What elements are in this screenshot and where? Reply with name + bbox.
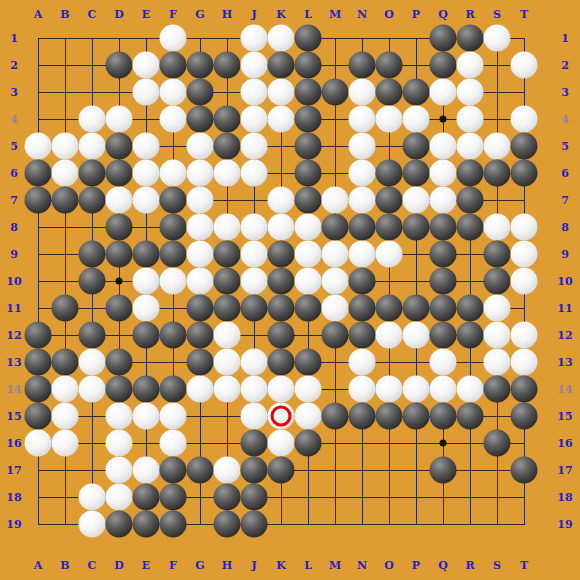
white-stone-A16[interactable] (25, 430, 52, 457)
white-stone-D16[interactable] (106, 430, 133, 457)
white-stone-A5[interactable] (25, 133, 52, 160)
row-label-left-3: 3 (10, 87, 18, 98)
white-stone-Q5[interactable] (430, 133, 457, 160)
row-label-right-17: 17 (557, 465, 572, 476)
black-stone-C7[interactable] (79, 187, 106, 214)
white-stone-N14[interactable] (349, 376, 376, 403)
white-stone-G8[interactable] (187, 214, 214, 241)
white-stone-E11[interactable] (133, 295, 160, 322)
white-stone-H12[interactable] (214, 322, 241, 349)
black-stone-B13[interactable] (52, 349, 79, 376)
white-stone-G9[interactable] (187, 241, 214, 268)
col-label-top-B: B (60, 9, 69, 20)
white-stone-P12[interactable] (403, 322, 430, 349)
black-stone-L11[interactable] (295, 295, 322, 322)
black-stone-T15[interactable] (511, 403, 538, 430)
black-stone-F2[interactable] (160, 52, 187, 79)
black-stone-L1[interactable] (295, 25, 322, 52)
black-stone-A15[interactable] (25, 403, 52, 430)
white-stone-K8[interactable] (268, 214, 295, 241)
white-stone-J2[interactable] (241, 52, 268, 79)
white-stone-H17[interactable] (214, 457, 241, 484)
black-stone-J18[interactable] (241, 484, 268, 511)
black-stone-E9[interactable] (133, 241, 160, 268)
black-stone-E18[interactable] (133, 484, 160, 511)
white-stone-B16[interactable] (52, 430, 79, 457)
white-stone-L8[interactable] (295, 214, 322, 241)
col-label-top-F: F (169, 9, 177, 20)
col-label-top-D: D (114, 9, 124, 20)
white-stone-F6[interactable] (160, 160, 187, 187)
black-stone-S6[interactable] (484, 160, 511, 187)
row-label-right-7: 7 (561, 195, 569, 206)
white-stone-H13[interactable] (214, 349, 241, 376)
black-stone-O2[interactable] (376, 52, 403, 79)
col-label-bottom-G: G (195, 560, 204, 571)
row-label-right-10: 10 (557, 276, 572, 287)
white-stone-R14[interactable] (457, 376, 484, 403)
col-label-bottom-L: L (304, 560, 312, 571)
black-stone-Q1[interactable] (430, 25, 457, 52)
black-stone-G12[interactable] (187, 322, 214, 349)
col-label-top-H: H (222, 9, 232, 20)
black-stone-J11[interactable] (241, 295, 268, 322)
black-stone-D5[interactable] (106, 133, 133, 160)
white-stone-B5[interactable] (52, 133, 79, 160)
black-stone-P3[interactable] (403, 79, 430, 106)
white-stone-Q7[interactable] (430, 187, 457, 214)
white-stone-G10[interactable] (187, 268, 214, 295)
white-stone-B14[interactable] (52, 376, 79, 403)
black-stone-N15[interactable] (349, 403, 376, 430)
black-stone-M15[interactable] (322, 403, 349, 430)
black-stone-L4[interactable] (295, 106, 322, 133)
white-stone-T8[interactable] (511, 214, 538, 241)
black-stone-G17[interactable] (187, 457, 214, 484)
col-label-bottom-B: B (60, 560, 69, 571)
black-stone-M12[interactable] (322, 322, 349, 349)
white-stone-M7[interactable] (322, 187, 349, 214)
white-stone-F10[interactable] (160, 268, 187, 295)
white-stone-J14[interactable] (241, 376, 268, 403)
white-stone-F1[interactable] (160, 25, 187, 52)
white-stone-S1[interactable] (484, 25, 511, 52)
col-label-top-G: G (195, 9, 204, 20)
black-stone-L6[interactable] (295, 160, 322, 187)
black-stone-D14[interactable] (106, 376, 133, 403)
white-stone-S8[interactable] (484, 214, 511, 241)
white-stone-J1[interactable] (241, 25, 268, 52)
white-stone-L9[interactable] (295, 241, 322, 268)
black-stone-Q2[interactable] (430, 52, 457, 79)
black-stone-S9[interactable] (484, 241, 511, 268)
white-stone-P14[interactable] (403, 376, 430, 403)
white-stone-E6[interactable] (133, 160, 160, 187)
white-stone-P4[interactable] (403, 106, 430, 133)
black-stone-Q8[interactable] (430, 214, 457, 241)
white-stone-T10[interactable] (511, 268, 538, 295)
white-stone-P7[interactable] (403, 187, 430, 214)
white-stone-O4[interactable] (376, 106, 403, 133)
row-label-left-10: 10 (6, 276, 21, 287)
black-stone-S16[interactable] (484, 430, 511, 457)
white-stone-D7[interactable] (106, 187, 133, 214)
black-stone-E19[interactable] (133, 511, 160, 538)
black-stone-Q10[interactable] (430, 268, 457, 295)
white-stone-N7[interactable] (349, 187, 376, 214)
row-label-right-13: 13 (557, 357, 572, 368)
black-stone-T6[interactable] (511, 160, 538, 187)
black-stone-P5[interactable] (403, 133, 430, 160)
white-stone-F4[interactable] (160, 106, 187, 133)
black-stone-A12[interactable] (25, 322, 52, 349)
black-stone-D13[interactable] (106, 349, 133, 376)
black-stone-Q12[interactable] (430, 322, 457, 349)
row-label-right-9: 9 (561, 249, 569, 260)
white-stone-C14[interactable] (79, 376, 106, 403)
black-stone-R12[interactable] (457, 322, 484, 349)
white-stone-B6[interactable] (52, 160, 79, 187)
black-stone-H5[interactable] (214, 133, 241, 160)
white-stone-R4[interactable] (457, 106, 484, 133)
row-label-right-19: 19 (557, 519, 572, 530)
black-stone-C9[interactable] (79, 241, 106, 268)
white-stone-N4[interactable] (349, 106, 376, 133)
black-stone-H4[interactable] (214, 106, 241, 133)
white-stone-N6[interactable] (349, 160, 376, 187)
white-stone-E15[interactable] (133, 403, 160, 430)
white-stone-J6[interactable] (241, 160, 268, 187)
white-stone-L10[interactable] (295, 268, 322, 295)
col-label-bottom-O: O (384, 560, 394, 571)
black-stone-K10[interactable] (268, 268, 295, 295)
white-stone-T9[interactable] (511, 241, 538, 268)
white-stone-S12[interactable] (484, 322, 511, 349)
white-stone-E17[interactable] (133, 457, 160, 484)
row-label-right-1: 1 (561, 33, 569, 44)
black-stone-H18[interactable] (214, 484, 241, 511)
white-stone-G5[interactable] (187, 133, 214, 160)
white-stone-O9[interactable] (376, 241, 403, 268)
white-stone-C4[interactable] (79, 106, 106, 133)
black-stone-R15[interactable] (457, 403, 484, 430)
star-point-D10 (116, 278, 123, 285)
white-stone-C19[interactable] (79, 511, 106, 538)
white-stone-K4[interactable] (268, 106, 295, 133)
white-stone-J9[interactable] (241, 241, 268, 268)
col-label-bottom-D: D (114, 560, 124, 571)
black-stone-P15[interactable] (403, 403, 430, 430)
white-stone-N9[interactable] (349, 241, 376, 268)
black-stone-O3[interactable] (376, 79, 403, 106)
col-label-bottom-N: N (357, 560, 367, 571)
black-stone-N8[interactable] (349, 214, 376, 241)
white-stone-J5[interactable] (241, 133, 268, 160)
row-label-left-15: 15 (6, 411, 21, 422)
black-stone-P6[interactable] (403, 160, 430, 187)
black-stone-E14[interactable] (133, 376, 160, 403)
black-stone-H11[interactable] (214, 295, 241, 322)
black-stone-F19[interactable] (160, 511, 187, 538)
black-stone-C6[interactable] (79, 160, 106, 187)
white-stone-M9[interactable] (322, 241, 349, 268)
black-stone-R1[interactable] (457, 25, 484, 52)
white-stone-C5[interactable] (79, 133, 106, 160)
col-label-bottom-M: M (329, 560, 341, 571)
black-stone-L7[interactable] (295, 187, 322, 214)
black-stone-M8[interactable] (322, 214, 349, 241)
white-stone-D15[interactable] (106, 403, 133, 430)
white-stone-R5[interactable] (457, 133, 484, 160)
col-label-top-M: M (329, 9, 341, 20)
row-label-left-11: 11 (6, 303, 21, 314)
row-label-left-12: 12 (6, 330, 21, 341)
black-stone-S10[interactable] (484, 268, 511, 295)
black-stone-D9[interactable] (106, 241, 133, 268)
black-stone-A7[interactable] (25, 187, 52, 214)
black-stone-P8[interactable] (403, 214, 430, 241)
black-stone-G11[interactable] (187, 295, 214, 322)
black-stone-K12[interactable] (268, 322, 295, 349)
star-point-Q16 (440, 440, 447, 447)
white-stone-T2[interactable] (511, 52, 538, 79)
black-stone-D2[interactable] (106, 52, 133, 79)
col-label-top-N: N (357, 9, 367, 20)
go-board: AABBCCDDEEFFGGHHJJKKLLMMNNOOPPQQRRSSTT11… (0, 0, 580, 580)
black-stone-D19[interactable] (106, 511, 133, 538)
white-stone-M11[interactable] (322, 295, 349, 322)
black-stone-C12[interactable] (79, 322, 106, 349)
col-label-top-K: K (276, 9, 286, 20)
white-stone-R2[interactable] (457, 52, 484, 79)
black-stone-A6[interactable] (25, 160, 52, 187)
black-stone-A14[interactable] (25, 376, 52, 403)
black-stone-F17[interactable] (160, 457, 187, 484)
col-label-bottom-Q: Q (438, 560, 448, 571)
last-move-marker (271, 406, 292, 427)
row-label-left-16: 16 (6, 438, 21, 449)
col-label-bottom-F: F (169, 560, 177, 571)
white-stone-Q3[interactable] (430, 79, 457, 106)
white-stone-J3[interactable] (241, 79, 268, 106)
black-stone-K2[interactable] (268, 52, 295, 79)
white-stone-E5[interactable] (133, 133, 160, 160)
white-stone-K14[interactable] (268, 376, 295, 403)
row-label-right-4: 4 (561, 114, 569, 125)
col-label-top-L: L (304, 9, 312, 20)
white-stone-K16[interactable] (268, 430, 295, 457)
white-stone-T12[interactable] (511, 322, 538, 349)
white-stone-G6[interactable] (187, 160, 214, 187)
white-stone-M10[interactable] (322, 268, 349, 295)
white-stone-E7[interactable] (133, 187, 160, 214)
black-stone-G2[interactable] (187, 52, 214, 79)
black-stone-L16[interactable] (295, 430, 322, 457)
black-stone-N12[interactable] (349, 322, 376, 349)
black-stone-D6[interactable] (106, 160, 133, 187)
white-stone-T4[interactable] (511, 106, 538, 133)
black-stone-Q11[interactable] (430, 295, 457, 322)
white-stone-K15[interactable] (268, 403, 295, 430)
white-stone-J15[interactable] (241, 403, 268, 430)
black-stone-O15[interactable] (376, 403, 403, 430)
white-stone-J4[interactable] (241, 106, 268, 133)
black-stone-F12[interactable] (160, 322, 187, 349)
white-stone-Q14[interactable] (430, 376, 457, 403)
black-stone-B7[interactable] (52, 187, 79, 214)
black-stone-H10[interactable] (214, 268, 241, 295)
white-stone-S13[interactable] (484, 349, 511, 376)
white-stone-H14[interactable] (214, 376, 241, 403)
black-stone-C10[interactable] (79, 268, 106, 295)
black-stone-F14[interactable] (160, 376, 187, 403)
black-stone-K11[interactable] (268, 295, 295, 322)
col-label-bottom-K: K (276, 560, 286, 571)
black-stone-D8[interactable] (106, 214, 133, 241)
white-stone-C13[interactable] (79, 349, 106, 376)
white-stone-G7[interactable] (187, 187, 214, 214)
white-stone-N3[interactable] (349, 79, 376, 106)
white-stone-G14[interactable] (187, 376, 214, 403)
white-stone-E3[interactable] (133, 79, 160, 106)
col-label-top-T: T (520, 9, 528, 20)
black-stone-F8[interactable] (160, 214, 187, 241)
white-stone-T13[interactable] (511, 349, 538, 376)
black-stone-R8[interactable] (457, 214, 484, 241)
row-label-left-18: 18 (6, 492, 21, 503)
col-label-bottom-T: T (520, 560, 528, 571)
black-stone-L5[interactable] (295, 133, 322, 160)
white-stone-S5[interactable] (484, 133, 511, 160)
black-stone-J19[interactable] (241, 511, 268, 538)
col-label-top-S: S (493, 9, 501, 20)
black-stone-O8[interactable] (376, 214, 403, 241)
black-stone-O7[interactable] (376, 187, 403, 214)
row-label-right-18: 18 (557, 492, 572, 503)
white-stone-D18[interactable] (106, 484, 133, 511)
white-stone-N13[interactable] (349, 349, 376, 376)
black-stone-N11[interactable] (349, 295, 376, 322)
row-label-right-5: 5 (561, 141, 569, 152)
black-stone-B11[interactable] (52, 295, 79, 322)
black-stone-T14[interactable] (511, 376, 538, 403)
black-stone-F9[interactable] (160, 241, 187, 268)
white-stone-K3[interactable] (268, 79, 295, 106)
white-stone-J10[interactable] (241, 268, 268, 295)
white-stone-O14[interactable] (376, 376, 403, 403)
black-stone-G4[interactable] (187, 106, 214, 133)
white-stone-S11[interactable] (484, 295, 511, 322)
black-stone-Q15[interactable] (430, 403, 457, 430)
white-stone-H8[interactable] (214, 214, 241, 241)
white-stone-L15[interactable] (295, 403, 322, 430)
white-stone-J8[interactable] (241, 214, 268, 241)
black-stone-Q9[interactable] (430, 241, 457, 268)
black-stone-G3[interactable] (187, 79, 214, 106)
col-label-bottom-R: R (465, 560, 474, 571)
white-stone-N5[interactable] (349, 133, 376, 160)
white-stone-K1[interactable] (268, 25, 295, 52)
white-stone-E2[interactable] (133, 52, 160, 79)
col-label-top-E: E (142, 9, 150, 20)
black-stone-D11[interactable] (106, 295, 133, 322)
white-stone-F3[interactable] (160, 79, 187, 106)
white-stone-O12[interactable] (376, 322, 403, 349)
black-stone-F18[interactable] (160, 484, 187, 511)
col-label-top-Q: Q (438, 9, 448, 20)
black-stone-N2[interactable] (349, 52, 376, 79)
black-stone-H2[interactable] (214, 52, 241, 79)
col-label-top-O: O (384, 9, 394, 20)
black-stone-L13[interactable] (295, 349, 322, 376)
black-stone-R11[interactable] (457, 295, 484, 322)
black-stone-L2[interactable] (295, 52, 322, 79)
col-label-bottom-S: S (493, 560, 501, 571)
black-stone-F7[interactable] (160, 187, 187, 214)
black-stone-H19[interactable] (214, 511, 241, 538)
black-stone-K9[interactable] (268, 241, 295, 268)
row-label-left-13: 13 (6, 357, 21, 368)
black-stone-T17[interactable] (511, 457, 538, 484)
black-stone-G13[interactable] (187, 349, 214, 376)
black-stone-P11[interactable] (403, 295, 430, 322)
row-label-left-17: 17 (6, 465, 21, 476)
white-stone-D4[interactable] (106, 106, 133, 133)
white-stone-H6[interactable] (214, 160, 241, 187)
black-stone-J16[interactable] (241, 430, 268, 457)
white-stone-D17[interactable] (106, 457, 133, 484)
row-label-left-4: 4 (10, 114, 18, 125)
black-stone-K13[interactable] (268, 349, 295, 376)
white-stone-J13[interactable] (241, 349, 268, 376)
black-stone-L3[interactable] (295, 79, 322, 106)
row-label-left-1: 1 (10, 33, 18, 44)
col-label-bottom-P: P (412, 560, 420, 571)
black-stone-Q17[interactable] (430, 457, 457, 484)
white-stone-L14[interactable] (295, 376, 322, 403)
black-stone-M3[interactable] (322, 79, 349, 106)
col-label-top-P: P (412, 9, 420, 20)
black-stone-O11[interactable] (376, 295, 403, 322)
white-stone-R3[interactable] (457, 79, 484, 106)
col-label-bottom-E: E (142, 560, 150, 571)
black-stone-E12[interactable] (133, 322, 160, 349)
white-stone-E10[interactable] (133, 268, 160, 295)
row-label-right-16: 16 (557, 438, 572, 449)
black-stone-O6[interactable] (376, 160, 403, 187)
white-stone-K7[interactable] (268, 187, 295, 214)
black-stone-K17[interactable] (268, 457, 295, 484)
black-stone-R6[interactable] (457, 160, 484, 187)
white-stone-F15[interactable] (160, 403, 187, 430)
white-stone-Q13[interactable] (430, 349, 457, 376)
black-stone-S14[interactable] (484, 376, 511, 403)
black-stone-T5[interactable] (511, 133, 538, 160)
row-label-right-15: 15 (557, 411, 572, 422)
white-stone-C18[interactable] (79, 484, 106, 511)
row-label-left-19: 19 (6, 519, 21, 530)
black-stone-J17[interactable] (241, 457, 268, 484)
white-stone-F16[interactable] (160, 430, 187, 457)
black-stone-N10[interactable] (349, 268, 376, 295)
white-stone-Q6[interactable] (430, 160, 457, 187)
row-label-left-2: 2 (10, 60, 18, 71)
black-stone-A13[interactable] (25, 349, 52, 376)
black-stone-R7[interactable] (457, 187, 484, 214)
white-stone-B15[interactable] (52, 403, 79, 430)
star-point-Q4 (440, 116, 447, 123)
black-stone-H9[interactable] (214, 241, 241, 268)
